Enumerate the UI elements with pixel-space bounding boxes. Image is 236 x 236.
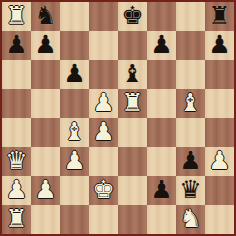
square-d7[interactable] — [89, 31, 118, 60]
white-rook[interactable]: ♜ — [118, 89, 147, 118]
square-d8[interactable] — [89, 2, 118, 31]
square-h1[interactable] — [205, 205, 234, 234]
black-queen[interactable]: ♛ — [176, 176, 205, 205]
square-c6[interactable]: ♟ — [60, 60, 89, 89]
square-h8[interactable]: ♜ — [205, 2, 234, 31]
white-pawn[interactable]: ♟ — [89, 118, 118, 147]
square-c4[interactable]: ♝ — [60, 118, 89, 147]
square-g8[interactable] — [176, 2, 205, 31]
square-g3[interactable]: ♟ — [176, 147, 205, 176]
white-rook[interactable]: ♜ — [2, 205, 31, 234]
square-h3[interactable]: ♟ — [205, 147, 234, 176]
white-bishop[interactable]: ♝ — [176, 89, 205, 118]
white-pawn[interactable]: ♟ — [2, 176, 31, 205]
black-king[interactable]: ♚ — [118, 2, 147, 31]
square-d2[interactable]: ♚ — [89, 176, 118, 205]
square-a8[interactable]: ♜ — [2, 2, 31, 31]
square-a2[interactable]: ♟ — [2, 176, 31, 205]
square-h5[interactable] — [205, 89, 234, 118]
square-a7[interactable]: ♟ — [2, 31, 31, 60]
square-c3[interactable]: ♟ — [60, 147, 89, 176]
square-a1[interactable]: ♜ — [2, 205, 31, 234]
square-b8[interactable]: ♞ — [31, 2, 60, 31]
square-f4[interactable] — [147, 118, 176, 147]
square-b4[interactable] — [31, 118, 60, 147]
square-h7[interactable]: ♟ — [205, 31, 234, 60]
square-g1[interactable]: ♞ — [176, 205, 205, 234]
square-h2[interactable] — [205, 176, 234, 205]
square-e5[interactable]: ♜ — [118, 89, 147, 118]
square-f8[interactable] — [147, 2, 176, 31]
black-pawn[interactable]: ♟ — [2, 31, 31, 60]
white-pawn[interactable]: ♟ — [60, 147, 89, 176]
square-g2[interactable]: ♛ — [176, 176, 205, 205]
square-f3[interactable] — [147, 147, 176, 176]
square-e8[interactable]: ♚ — [118, 2, 147, 31]
square-e1[interactable] — [118, 205, 147, 234]
chess-board: ♜♞♚♜♟♟♟♟♟♝♟♜♝♝♟♛♟♟♟♟♟♚♟♛♜♞ — [2, 2, 234, 234]
black-pawn[interactable]: ♟ — [147, 31, 176, 60]
square-a5[interactable] — [2, 89, 31, 118]
square-c2[interactable] — [60, 176, 89, 205]
square-e4[interactable] — [118, 118, 147, 147]
square-d1[interactable] — [89, 205, 118, 234]
black-knight[interactable]: ♞ — [31, 2, 60, 31]
white-queen[interactable]: ♛ — [2, 147, 31, 176]
black-pawn[interactable]: ♟ — [31, 31, 60, 60]
square-c8[interactable] — [60, 2, 89, 31]
square-h6[interactable] — [205, 60, 234, 89]
white-king[interactable]: ♚ — [89, 176, 118, 205]
square-f5[interactable] — [147, 89, 176, 118]
square-f6[interactable] — [147, 60, 176, 89]
square-b6[interactable] — [31, 60, 60, 89]
white-knight[interactable]: ♞ — [176, 205, 205, 234]
square-g5[interactable]: ♝ — [176, 89, 205, 118]
square-c7[interactable] — [60, 31, 89, 60]
square-h4[interactable] — [205, 118, 234, 147]
black-pawn[interactable]: ♟ — [176, 147, 205, 176]
square-a3[interactable]: ♛ — [2, 147, 31, 176]
white-pawn[interactable]: ♟ — [205, 147, 234, 176]
black-bishop[interactable]: ♝ — [118, 60, 147, 89]
white-rook[interactable]: ♜ — [2, 2, 31, 31]
square-d3[interactable] — [89, 147, 118, 176]
white-bishop[interactable]: ♝ — [60, 118, 89, 147]
black-pawn[interactable]: ♟ — [205, 31, 234, 60]
white-pawn[interactable]: ♟ — [89, 89, 118, 118]
square-g7[interactable] — [176, 31, 205, 60]
square-a6[interactable] — [2, 60, 31, 89]
square-e2[interactable] — [118, 176, 147, 205]
white-pawn[interactable]: ♟ — [31, 176, 60, 205]
square-f7[interactable]: ♟ — [147, 31, 176, 60]
square-a4[interactable] — [2, 118, 31, 147]
square-g6[interactable] — [176, 60, 205, 89]
square-b1[interactable] — [31, 205, 60, 234]
square-d4[interactable]: ♟ — [89, 118, 118, 147]
square-c1[interactable] — [60, 205, 89, 234]
square-e6[interactable]: ♝ — [118, 60, 147, 89]
board-frame: ♜♞♚♜♟♟♟♟♟♝♟♜♝♝♟♛♟♟♟♟♟♚♟♛♜♞ — [0, 0, 236, 236]
black-pawn[interactable]: ♟ — [60, 60, 89, 89]
square-e3[interactable] — [118, 147, 147, 176]
square-b7[interactable]: ♟ — [31, 31, 60, 60]
square-c5[interactable] — [60, 89, 89, 118]
square-e7[interactable] — [118, 31, 147, 60]
square-b3[interactable] — [31, 147, 60, 176]
square-d5[interactable]: ♟ — [89, 89, 118, 118]
black-pawn[interactable]: ♟ — [147, 176, 176, 205]
black-rook[interactable]: ♜ — [205, 2, 234, 31]
square-g4[interactable] — [176, 118, 205, 147]
square-b2[interactable]: ♟ — [31, 176, 60, 205]
square-d6[interactable] — [89, 60, 118, 89]
square-f1[interactable] — [147, 205, 176, 234]
square-f2[interactable]: ♟ — [147, 176, 176, 205]
square-b5[interactable] — [31, 89, 60, 118]
